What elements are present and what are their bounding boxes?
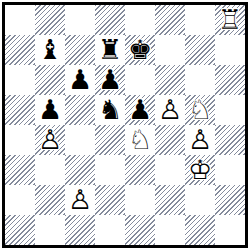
piece-black-pawn-icon: ♟ (65, 65, 95, 95)
square-c6[interactable]: ♟ (65, 65, 95, 95)
square-f2[interactable] (155, 185, 185, 215)
piece-white-pawn-icon: ♟♙ (35, 125, 65, 155)
square-d2[interactable] (95, 185, 125, 215)
square-a6[interactable] (5, 65, 35, 95)
square-h5[interactable] (215, 95, 245, 125)
square-d8[interactable] (95, 5, 125, 35)
piece-white-knight-icon: ♞♘ (185, 95, 215, 125)
piece-black-king-icon: ♚ (125, 35, 155, 65)
square-f3[interactable] (155, 155, 185, 185)
piece-black-bishop-icon: ♝ (35, 35, 65, 65)
piece-black-pawn-icon: ♟ (125, 95, 155, 125)
square-c8[interactable] (65, 5, 95, 35)
piece-white-rook-icon: ♜♖ (215, 5, 245, 35)
square-a7[interactable] (5, 35, 35, 65)
square-b5[interactable]: ♟ (35, 95, 65, 125)
square-e3[interactable] (125, 155, 155, 185)
square-b4[interactable]: ♟♙ (35, 125, 65, 155)
square-d6[interactable]: ♟ (95, 65, 125, 95)
chess-board: ♜♖♝♜♚♟♟♟♞♟♟♙♞♘♟♙♞♘♟♙♚♔♟♙ (2, 2, 248, 248)
square-c5[interactable] (65, 95, 95, 125)
square-h8[interactable]: ♜♖ (215, 5, 245, 35)
square-d3[interactable] (95, 155, 125, 185)
square-c4[interactable] (65, 125, 95, 155)
square-f6[interactable] (155, 65, 185, 95)
square-a8[interactable] (5, 5, 35, 35)
square-a5[interactable] (5, 95, 35, 125)
square-g5[interactable]: ♞♘ (185, 95, 215, 125)
piece-black-pawn-icon: ♟ (95, 65, 125, 95)
square-e4[interactable]: ♞♘ (125, 125, 155, 155)
square-g2[interactable] (185, 185, 215, 215)
square-f8[interactable] (155, 5, 185, 35)
square-f5[interactable]: ♟♙ (155, 95, 185, 125)
square-e7[interactable]: ♚ (125, 35, 155, 65)
square-e6[interactable] (125, 65, 155, 95)
piece-white-pawn-icon: ♟♙ (65, 185, 95, 215)
square-g6[interactable] (185, 65, 215, 95)
square-d7[interactable]: ♜ (95, 35, 125, 65)
square-h4[interactable] (215, 125, 245, 155)
square-c1[interactable] (65, 215, 95, 245)
square-d1[interactable] (95, 215, 125, 245)
square-a4[interactable] (5, 125, 35, 155)
square-a2[interactable] (5, 185, 35, 215)
piece-white-pawn-icon: ♟♙ (185, 125, 215, 155)
square-e8[interactable] (125, 5, 155, 35)
square-c7[interactable] (65, 35, 95, 65)
chess-diagram: ♜♖♝♜♚♟♟♟♞♟♟♙♞♘♟♙♞♘♟♙♚♔♟♙ (0, 0, 250, 250)
square-b6[interactable] (35, 65, 65, 95)
square-h6[interactable] (215, 65, 245, 95)
piece-white-knight-icon: ♞♘ (125, 125, 155, 155)
square-b1[interactable] (35, 215, 65, 245)
square-h2[interactable] (215, 185, 245, 215)
square-e1[interactable] (125, 215, 155, 245)
square-g4[interactable]: ♟♙ (185, 125, 215, 155)
square-f7[interactable] (155, 35, 185, 65)
square-f1[interactable] (155, 215, 185, 245)
square-f4[interactable] (155, 125, 185, 155)
square-e5[interactable]: ♟ (125, 95, 155, 125)
piece-white-king-icon: ♚♔ (185, 155, 215, 185)
square-g8[interactable] (185, 5, 215, 35)
square-a1[interactable] (5, 215, 35, 245)
square-h7[interactable] (215, 35, 245, 65)
square-e2[interactable] (125, 185, 155, 215)
square-b8[interactable] (35, 5, 65, 35)
piece-black-rook-icon: ♜ (95, 35, 125, 65)
square-g1[interactable] (185, 215, 215, 245)
square-c3[interactable] (65, 155, 95, 185)
square-b7[interactable]: ♝ (35, 35, 65, 65)
square-g7[interactable] (185, 35, 215, 65)
square-d4[interactable] (95, 125, 125, 155)
square-d5[interactable]: ♞ (95, 95, 125, 125)
piece-black-pawn-icon: ♟ (35, 95, 65, 125)
piece-white-pawn-icon: ♟♙ (155, 95, 185, 125)
square-h3[interactable] (215, 155, 245, 185)
piece-black-knight-icon: ♞ (95, 95, 125, 125)
square-g3[interactable]: ♚♔ (185, 155, 215, 185)
square-b2[interactable] (35, 185, 65, 215)
square-a3[interactable] (5, 155, 35, 185)
square-b3[interactable] (35, 155, 65, 185)
square-c2[interactable]: ♟♙ (65, 185, 95, 215)
square-h1[interactable] (215, 215, 245, 245)
